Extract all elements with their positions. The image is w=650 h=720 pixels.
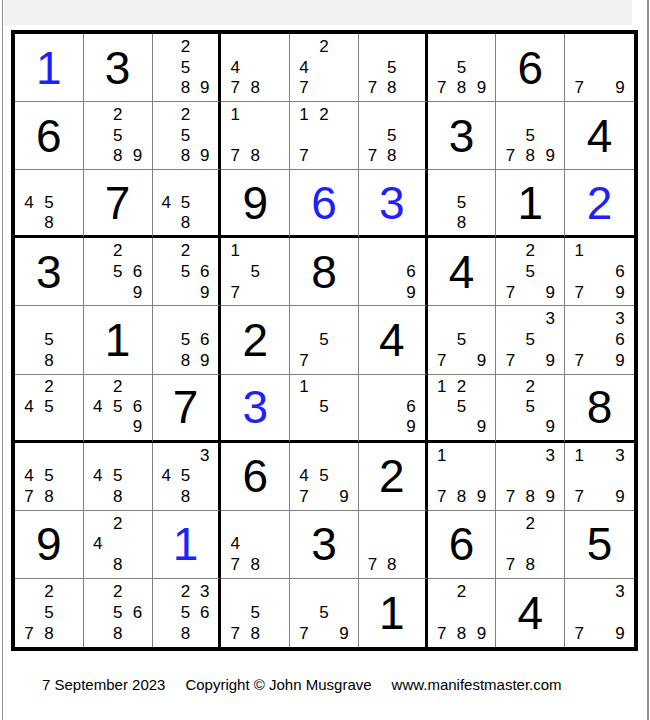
cell-r3c3[interactable]: 458: [153, 170, 222, 238]
cell-r5c1[interactable]: 58: [15, 306, 84, 374]
cell-r6c1[interactable]: 245: [15, 375, 84, 443]
candidate-9: 9: [610, 486, 630, 507]
candidate-9: 9: [195, 146, 214, 167]
candidate-5: 5: [176, 602, 195, 623]
cell-r9c3[interactable]: 23568: [153, 579, 222, 647]
candidate-2: 2: [108, 240, 128, 261]
cell-value: 4: [587, 113, 613, 159]
cell-r5c7[interactable]: 579: [428, 306, 497, 374]
cell-r3c7[interactable]: 58: [428, 170, 497, 238]
candidate-5: 5: [382, 57, 401, 78]
cell-value: 4: [379, 317, 405, 363]
cell-r8c6[interactable]: 78: [359, 511, 428, 579]
candidate-6: 6: [195, 329, 214, 350]
footer: 7 September 2023 Copyright © John Musgra…: [42, 676, 562, 693]
cell-value: 8: [311, 249, 337, 295]
cell-r4c7[interactable]: 4: [428, 238, 497, 306]
window-toolbar-strip: [4, 0, 632, 25]
cell-value: 8: [587, 384, 613, 430]
candidate-6: 6: [401, 261, 420, 282]
candidate-4: 4: [157, 192, 176, 212]
candidate-grid: 4579: [294, 445, 354, 507]
cell-value: 9: [36, 521, 62, 567]
candidate-1: 1: [225, 104, 245, 125]
candidate-grid: 379: [569, 581, 630, 644]
candidate-5: 5: [108, 465, 128, 486]
candidate-grid: 23568: [157, 581, 215, 644]
candidate-grid: 278: [500, 513, 560, 575]
candidate-6: 6: [401, 397, 420, 417]
candidate-7: 7: [294, 486, 314, 507]
cell-r1c9[interactable]: 79: [565, 34, 634, 102]
candidate-grid: 2578: [19, 581, 79, 644]
candidate-7: 7: [294, 350, 314, 371]
candidate-grid: 478: [225, 513, 285, 575]
cell-r9c6[interactable]: 1: [359, 579, 428, 647]
candidate-1: 1: [569, 240, 589, 261]
candidate-6: 6: [610, 261, 630, 282]
candidate-2: 2: [314, 104, 334, 125]
candidate-1: 1: [432, 445, 452, 466]
cell-r9c8[interactable]: 4: [496, 579, 565, 647]
cell-r1c4[interactable]: 478: [221, 34, 290, 102]
cell-r9c4[interactable]: 578: [221, 579, 290, 647]
cell-r3c6[interactable]: 3: [359, 170, 428, 238]
candidate-7: 7: [569, 350, 589, 371]
candidate-5: 5: [39, 192, 59, 212]
cell-r5c8[interactable]: 3579: [496, 306, 565, 374]
candidate-grid: 2569: [157, 240, 215, 302]
cell-value: 6: [242, 453, 268, 499]
candidate-8: 8: [520, 146, 540, 167]
cell-value: 3: [449, 113, 475, 159]
cell-value: 6: [311, 180, 337, 226]
candidate-5: 5: [520, 397, 540, 417]
cell-r2c5[interactable]: 127: [290, 102, 359, 170]
cell-r2c2[interactable]: 2589: [84, 102, 153, 170]
candidate-3: 3: [195, 581, 214, 602]
candidate-4: 4: [88, 465, 108, 486]
cell-r8c8[interactable]: 278: [496, 511, 565, 579]
cell-r4c5[interactable]: 8: [290, 238, 359, 306]
candidate-grid: 458: [19, 172, 79, 232]
cell-r5c4[interactable]: 2: [221, 306, 290, 374]
cell-r6c3[interactable]: 7: [153, 375, 222, 443]
candidate-1: 1: [294, 104, 314, 125]
cell-value: 2: [379, 453, 405, 499]
cell-r4c4[interactable]: 157: [221, 238, 290, 306]
candidate-2: 2: [108, 377, 128, 397]
candidate-5: 5: [176, 125, 195, 146]
candidate-grid: 5789: [432, 36, 492, 98]
candidate-8: 8: [39, 623, 59, 644]
candidate-8: 8: [176, 77, 195, 98]
candidate-3: 3: [610, 445, 630, 466]
candidate-9: 9: [540, 350, 560, 371]
cell-r7c7[interactable]: 1789: [428, 443, 497, 511]
cell-r6c6[interactable]: 69: [359, 375, 428, 443]
cell-r4c3[interactable]: 2569: [153, 238, 222, 306]
candidate-5: 5: [314, 602, 334, 623]
candidate-7: 7: [432, 623, 452, 644]
candidate-9: 9: [610, 282, 630, 303]
candidate-grid: 79: [569, 36, 630, 98]
candidate-grid: 579: [432, 308, 492, 370]
footer-date: 7 September 2023: [42, 676, 165, 693]
candidate-grid: 15: [294, 377, 354, 437]
cell-value: 3: [242, 384, 268, 430]
cell-r1c8[interactable]: 6: [496, 34, 565, 102]
candidate-grid: 578: [363, 36, 421, 98]
candidate-5: 5: [108, 125, 128, 146]
cell-r1c3[interactable]: 2589: [153, 34, 222, 102]
cell-value: 3: [36, 249, 62, 295]
candidate-8: 8: [176, 146, 195, 167]
candidate-9: 9: [401, 417, 420, 437]
cell-value: 4: [449, 249, 475, 295]
candidate-8: 8: [108, 554, 128, 575]
candidate-9: 9: [540, 417, 560, 437]
candidate-7: 7: [500, 554, 520, 575]
candidate-4: 4: [19, 192, 39, 212]
candidate-9: 9: [540, 146, 560, 167]
candidate-grid: 3789: [500, 445, 560, 507]
candidate-2: 2: [452, 377, 472, 397]
candidate-9: 9: [472, 77, 492, 98]
candidate-7: 7: [225, 77, 245, 98]
candidate-2: 2: [39, 377, 59, 397]
cell-r2c8[interactable]: 5789: [496, 102, 565, 170]
cell-r9c7[interactable]: 2789: [428, 579, 497, 647]
candidate-8: 8: [245, 146, 265, 167]
candidate-7: 7: [363, 146, 382, 167]
cell-r5c5[interactable]: 57: [290, 306, 359, 374]
cell-r7c5[interactable]: 4579: [290, 443, 359, 511]
candidate-7: 7: [500, 146, 520, 167]
candidate-9: 9: [472, 350, 492, 371]
cell-r4c2[interactable]: 2569: [84, 238, 153, 306]
cell-r7c2[interactable]: 458: [84, 443, 153, 511]
cell-r9c9[interactable]: 379: [565, 579, 634, 647]
candidate-grid: 127: [294, 104, 354, 166]
candidate-8: 8: [452, 212, 472, 232]
cell-r6c4[interactable]: 3: [221, 375, 290, 443]
cell-r1c5[interactable]: 247: [290, 34, 359, 102]
candidate-5: 5: [314, 465, 334, 486]
candidate-4: 4: [225, 533, 245, 554]
candidate-1: 1: [432, 377, 452, 397]
candidate-grid: 458: [88, 445, 148, 507]
candidate-2: 2: [108, 104, 128, 125]
candidate-8: 8: [108, 146, 128, 167]
candidate-9: 9: [472, 623, 492, 644]
candidate-7: 7: [569, 77, 589, 98]
candidate-7: 7: [569, 486, 589, 507]
cell-r8c1[interactable]: 9: [15, 511, 84, 579]
candidate-5: 5: [39, 602, 59, 623]
candidate-3: 3: [540, 308, 560, 329]
candidate-8: 8: [39, 350, 59, 371]
candidate-7: 7: [500, 282, 520, 303]
candidate-5: 5: [39, 397, 59, 417]
cell-r3c5[interactable]: 6: [290, 170, 359, 238]
cell-r5c9[interactable]: 3679: [565, 306, 634, 374]
cell-value: 6: [518, 45, 544, 91]
candidate-grid: 3458: [157, 445, 215, 507]
cell-value: 3: [311, 521, 337, 567]
candidate-grid: 1679: [569, 240, 630, 302]
candidate-5: 5: [176, 57, 195, 78]
cell-value: 2: [242, 317, 268, 363]
cell-r1c1[interactable]: 1: [15, 34, 84, 102]
cell-r7c6[interactable]: 2: [359, 443, 428, 511]
candidate-grid: 3679: [569, 308, 630, 370]
cell-value: 6: [449, 521, 475, 567]
cell-r8c4[interactable]: 478: [221, 511, 290, 579]
candidate-9: 9: [128, 417, 148, 437]
candidate-9: 9: [195, 77, 214, 98]
footer-copyright: Copyright © John Musgrave: [185, 676, 371, 693]
candidate-5: 5: [520, 261, 540, 282]
candidate-8: 8: [382, 554, 401, 575]
candidate-grid: 478: [225, 36, 285, 98]
candidate-7: 7: [500, 486, 520, 507]
candidate-9: 9: [195, 282, 214, 303]
cell-r1c2[interactable]: 3: [84, 34, 153, 102]
cell-value: 1: [518, 180, 544, 226]
cell-r8c2[interactable]: 248: [84, 511, 153, 579]
cell-value: 5: [587, 521, 613, 567]
candidate-8: 8: [39, 212, 59, 232]
candidate-grid: 1259: [432, 377, 492, 437]
cell-r3c4[interactable]: 9: [221, 170, 290, 238]
candidate-grid: 178: [225, 104, 285, 166]
cell-r6c8[interactable]: 259: [496, 375, 565, 443]
candidate-9: 9: [540, 282, 560, 303]
candidate-9: 9: [128, 146, 148, 167]
candidate-grid: 58: [432, 172, 492, 232]
candidate-7: 7: [294, 77, 314, 98]
candidate-7: 7: [19, 486, 39, 507]
candidate-5: 5: [108, 397, 128, 417]
cell-value: 1: [105, 317, 131, 363]
cell-r6c9[interactable]: 8: [565, 375, 634, 443]
candidate-grid: 157: [225, 240, 285, 302]
candidate-2: 2: [108, 513, 128, 534]
candidate-5: 5: [176, 192, 195, 212]
cell-r6c2[interactable]: 24569: [84, 375, 153, 443]
candidate-4: 4: [157, 465, 176, 486]
cell-value: 7: [173, 384, 199, 430]
candidate-8: 8: [108, 486, 128, 507]
cell-r4c9[interactable]: 1679: [565, 238, 634, 306]
candidate-2: 2: [314, 36, 334, 57]
footer-website: www.manifestmaster.com: [392, 676, 562, 693]
cell-r1c7[interactable]: 5789: [428, 34, 497, 102]
candidate-8: 8: [176, 623, 195, 644]
cell-r3c1[interactable]: 458: [15, 170, 84, 238]
candidate-3: 3: [610, 308, 630, 329]
candidate-5: 5: [314, 397, 334, 417]
candidate-8: 8: [382, 77, 401, 98]
cell-r6c5[interactable]: 15: [290, 375, 359, 443]
candidate-grid: 578: [363, 104, 421, 166]
candidate-4: 4: [88, 533, 108, 554]
candidate-5: 5: [452, 329, 472, 350]
candidate-4: 4: [225, 57, 245, 78]
cell-r2c9[interactable]: 4: [565, 102, 634, 170]
candidate-5: 5: [314, 329, 334, 350]
cell-r3c9[interactable]: 2: [565, 170, 634, 238]
candidate-9: 9: [472, 417, 492, 437]
candidate-7: 7: [19, 623, 39, 644]
candidate-8: 8: [176, 486, 195, 507]
candidate-9: 9: [401, 282, 420, 303]
cell-r5c3[interactable]: 5689: [153, 306, 222, 374]
cell-r4c1[interactable]: 3: [15, 238, 84, 306]
cell-value: 1: [379, 590, 405, 636]
candidate-7: 7: [225, 282, 245, 303]
cell-r2c1[interactable]: 6: [15, 102, 84, 170]
candidate-5: 5: [39, 465, 59, 486]
candidate-1: 1: [294, 377, 314, 397]
candidate-2: 2: [176, 240, 195, 261]
cell-r7c8[interactable]: 3789: [496, 443, 565, 511]
candidate-9: 9: [610, 623, 630, 644]
cell-r9c1[interactable]: 2578: [15, 579, 84, 647]
candidate-7: 7: [225, 623, 245, 644]
candidate-1: 1: [569, 445, 589, 466]
cell-r9c2[interactable]: 2568: [84, 579, 153, 647]
candidate-8: 8: [245, 623, 265, 644]
candidate-1: 1: [225, 240, 245, 261]
candidate-4: 4: [19, 397, 39, 417]
candidate-8: 8: [520, 554, 540, 575]
cell-r1c6[interactable]: 578: [359, 34, 428, 102]
candidate-2: 2: [39, 581, 59, 602]
sudoku-board: 1325894782475785789679625892589178127578…: [11, 30, 638, 651]
candidate-2: 2: [176, 581, 195, 602]
candidate-7: 7: [225, 146, 245, 167]
candidate-5: 5: [452, 397, 472, 417]
candidate-6: 6: [195, 261, 214, 282]
candidate-7: 7: [569, 623, 589, 644]
candidate-2: 2: [520, 513, 540, 534]
candidate-5: 5: [108, 261, 128, 282]
cell-r8c9[interactable]: 5: [565, 511, 634, 579]
candidate-2: 2: [176, 104, 195, 125]
candidate-8: 8: [452, 623, 472, 644]
candidate-grid: 2579: [500, 240, 560, 302]
candidate-4: 4: [294, 57, 314, 78]
cell-r5c2[interactable]: 1: [84, 306, 153, 374]
candidate-2: 2: [108, 581, 128, 602]
cell-r3c2[interactable]: 7: [84, 170, 153, 238]
candidate-grid: 259: [500, 377, 560, 437]
cell-r8c7[interactable]: 6: [428, 511, 497, 579]
candidate-9: 9: [334, 486, 354, 507]
candidate-7: 7: [363, 77, 382, 98]
candidate-5: 5: [176, 329, 195, 350]
candidate-4: 4: [19, 465, 39, 486]
candidate-5: 5: [452, 192, 472, 212]
candidate-2: 2: [520, 377, 540, 397]
candidate-grid: 1379: [569, 445, 630, 507]
cell-value: 1: [173, 521, 199, 567]
candidate-8: 8: [39, 486, 59, 507]
candidate-grid: 2569: [88, 240, 148, 302]
candidate-8: 8: [452, 486, 472, 507]
cell-value: 9: [242, 180, 268, 226]
candidate-3: 3: [540, 445, 560, 466]
candidate-grid: 24569: [88, 377, 148, 437]
candidate-grid: 247: [294, 36, 354, 98]
cell-value: 2: [587, 180, 613, 226]
cell-r7c4[interactable]: 6: [221, 443, 290, 511]
candidate-8: 8: [245, 77, 265, 98]
cell-value: 1: [36, 45, 62, 91]
candidate-7: 7: [432, 77, 452, 98]
cell-value: 7: [105, 180, 131, 226]
candidate-8: 8: [108, 623, 128, 644]
candidate-grid: 5789: [500, 104, 560, 166]
cell-r7c9[interactable]: 1379: [565, 443, 634, 511]
candidate-grid: 579: [294, 581, 354, 644]
candidate-9: 9: [472, 486, 492, 507]
cell-r2c4[interactable]: 178: [221, 102, 290, 170]
candidate-grid: 69: [363, 240, 421, 302]
candidate-grid: 248: [88, 513, 148, 575]
cell-r3c8[interactable]: 1: [496, 170, 565, 238]
cell-r8c5[interactable]: 3: [290, 511, 359, 579]
candidate-5: 5: [245, 602, 265, 623]
candidate-grid: 58: [19, 308, 79, 370]
cell-r2c6[interactable]: 578: [359, 102, 428, 170]
cell-r6c7[interactable]: 1259: [428, 375, 497, 443]
cell-r9c5[interactable]: 579: [290, 579, 359, 647]
candidate-grid: 245: [19, 377, 79, 437]
candidate-5: 5: [520, 329, 540, 350]
candidate-6: 6: [128, 397, 148, 417]
candidate-grid: 4578: [19, 445, 79, 507]
window-right-border: [647, 0, 649, 720]
cell-r7c1[interactable]: 4578: [15, 443, 84, 511]
candidate-grid: 2589: [88, 104, 148, 166]
candidate-3: 3: [610, 581, 630, 602]
candidate-6: 6: [195, 602, 214, 623]
candidate-grid: 3579: [500, 308, 560, 370]
cell-value: 3: [379, 180, 405, 226]
candidate-3: 3: [195, 445, 214, 466]
cell-r4c8[interactable]: 2579: [496, 238, 565, 306]
cell-r4c6[interactable]: 69: [359, 238, 428, 306]
cell-r2c3[interactable]: 2589: [153, 102, 222, 170]
candidate-2: 2: [452, 581, 472, 602]
window-left-border: [2, 0, 3, 720]
candidate-grid: 57: [294, 308, 354, 370]
candidate-8: 8: [520, 486, 540, 507]
candidate-9: 9: [334, 623, 354, 644]
cell-r7c3[interactable]: 3458: [153, 443, 222, 511]
candidate-5: 5: [176, 465, 195, 486]
cell-r2c7[interactable]: 3: [428, 102, 497, 170]
candidate-5: 5: [382, 125, 401, 146]
cell-r8c3[interactable]: 1: [153, 511, 222, 579]
cell-r5c6[interactable]: 4: [359, 306, 428, 374]
candidate-6: 6: [610, 329, 630, 350]
candidate-7: 7: [432, 350, 452, 371]
candidate-9: 9: [610, 77, 630, 98]
